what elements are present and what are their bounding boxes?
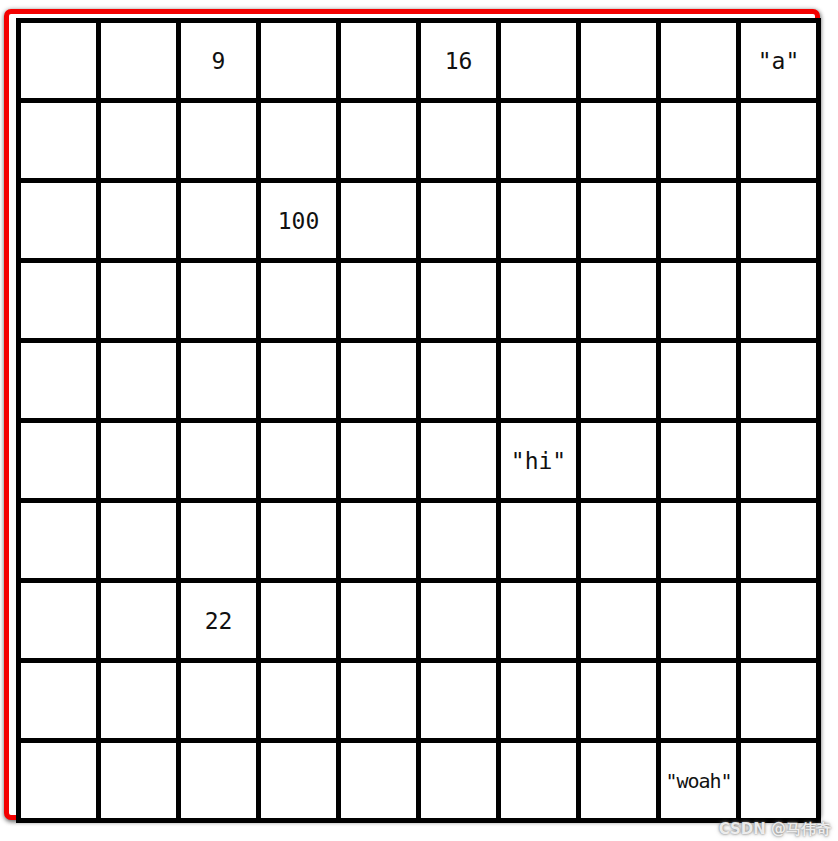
cell-r3c5 — [421, 263, 501, 343]
cell-r7c4 — [341, 583, 421, 663]
cell-r7c2: 22 — [181, 583, 261, 663]
cell-r8c9 — [741, 663, 821, 743]
cell-r1c2 — [181, 103, 261, 183]
cell-r8c7 — [581, 663, 661, 743]
cell-r7c9 — [741, 583, 821, 663]
cell-r4c4 — [341, 343, 421, 423]
cell-r8c5 — [421, 663, 501, 743]
cell-r5c1 — [101, 423, 181, 503]
cell-r3c0 — [21, 263, 101, 343]
cell-r6c7 — [581, 503, 661, 583]
cell-r8c1 — [101, 663, 181, 743]
cell-r9c4 — [341, 743, 421, 823]
cell-r2c6 — [501, 183, 581, 263]
cell-r3c7 — [581, 263, 661, 343]
cell-r6c3 — [261, 503, 341, 583]
cell-r9c2 — [181, 743, 261, 823]
cell-r7c7 — [581, 583, 661, 663]
cell-r9c7 — [581, 743, 661, 823]
cell-r0c4 — [341, 23, 421, 103]
cell-r2c5 — [421, 183, 501, 263]
cell-r1c4 — [341, 103, 421, 183]
grid-board: 916"a"100"hi"22"woah" — [16, 18, 821, 823]
cell-r5c5 — [421, 423, 501, 503]
cell-r8c6 — [501, 663, 581, 743]
cell-r0c7 — [581, 23, 661, 103]
cell-r0c9: "a" — [741, 23, 821, 103]
cell-r5c7 — [581, 423, 661, 503]
cell-r1c7 — [581, 103, 661, 183]
cell-r7c1 — [101, 583, 181, 663]
cell-r5c6: "hi" — [501, 423, 581, 503]
cell-r8c3 — [261, 663, 341, 743]
cell-r5c2 — [181, 423, 261, 503]
cell-r4c0 — [21, 343, 101, 423]
cell-r1c6 — [501, 103, 581, 183]
cell-r0c8 — [661, 23, 741, 103]
cell-r9c1 — [101, 743, 181, 823]
cell-r6c5 — [421, 503, 501, 583]
cell-r6c6 — [501, 503, 581, 583]
cell-r0c1 — [101, 23, 181, 103]
cell-r4c7 — [581, 343, 661, 423]
cell-r5c8 — [661, 423, 741, 503]
cell-r1c0 — [21, 103, 101, 183]
cell-r9c9 — [741, 743, 821, 823]
cell-r2c3: 100 — [261, 183, 341, 263]
cell-r0c3 — [261, 23, 341, 103]
cell-r9c3 — [261, 743, 341, 823]
cell-r7c8 — [661, 583, 741, 663]
cell-r9c8: "woah" — [661, 743, 741, 823]
cell-r3c3 — [261, 263, 341, 343]
cell-r4c1 — [101, 343, 181, 423]
cell-r7c0 — [21, 583, 101, 663]
cell-r6c0 — [21, 503, 101, 583]
cell-r3c4 — [341, 263, 421, 343]
red-border-frame: 916"a"100"hi"22"woah" — [4, 9, 820, 820]
cell-r6c4 — [341, 503, 421, 583]
cell-r6c1 — [101, 503, 181, 583]
cell-r6c2 — [181, 503, 261, 583]
cell-r7c6 — [501, 583, 581, 663]
cell-r0c0 — [21, 23, 101, 103]
cell-r2c1 — [101, 183, 181, 263]
cell-r3c9 — [741, 263, 821, 343]
cell-r7c5 — [421, 583, 501, 663]
cell-r6c8 — [661, 503, 741, 583]
cell-r4c5 — [421, 343, 501, 423]
cell-r0c2: 9 — [181, 23, 261, 103]
cell-r3c8 — [661, 263, 741, 343]
cell-r2c8 — [661, 183, 741, 263]
cell-r1c5 — [421, 103, 501, 183]
cell-r2c4 — [341, 183, 421, 263]
cell-r8c2 — [181, 663, 261, 743]
cell-r3c6 — [501, 263, 581, 343]
cell-r2c0 — [21, 183, 101, 263]
cell-r8c8 — [661, 663, 741, 743]
cell-r2c7 — [581, 183, 661, 263]
cell-r7c3 — [261, 583, 341, 663]
cell-r5c4 — [341, 423, 421, 503]
cell-r9c0 — [21, 743, 101, 823]
cell-r3c2 — [181, 263, 261, 343]
cell-r4c6 — [501, 343, 581, 423]
cell-r9c6 — [501, 743, 581, 823]
cell-r8c0 — [21, 663, 101, 743]
cell-r5c0 — [21, 423, 101, 503]
cell-r8c4 — [341, 663, 421, 743]
cell-r3c1 — [101, 263, 181, 343]
cell-r0c5: 16 — [421, 23, 501, 103]
cell-r4c2 — [181, 343, 261, 423]
cell-r1c8 — [661, 103, 741, 183]
cell-r4c8 — [661, 343, 741, 423]
cell-r1c1 — [101, 103, 181, 183]
cell-r4c3 — [261, 343, 341, 423]
cell-r4c9 — [741, 343, 821, 423]
cell-r0c6 — [501, 23, 581, 103]
cell-r5c3 — [261, 423, 341, 503]
cell-r2c2 — [181, 183, 261, 263]
cell-r9c5 — [421, 743, 501, 823]
cell-r5c9 — [741, 423, 821, 503]
cell-r1c9 — [741, 103, 821, 183]
cell-r6c9 — [741, 503, 821, 583]
cell-r1c3 — [261, 103, 341, 183]
cell-r2c9 — [741, 183, 821, 263]
